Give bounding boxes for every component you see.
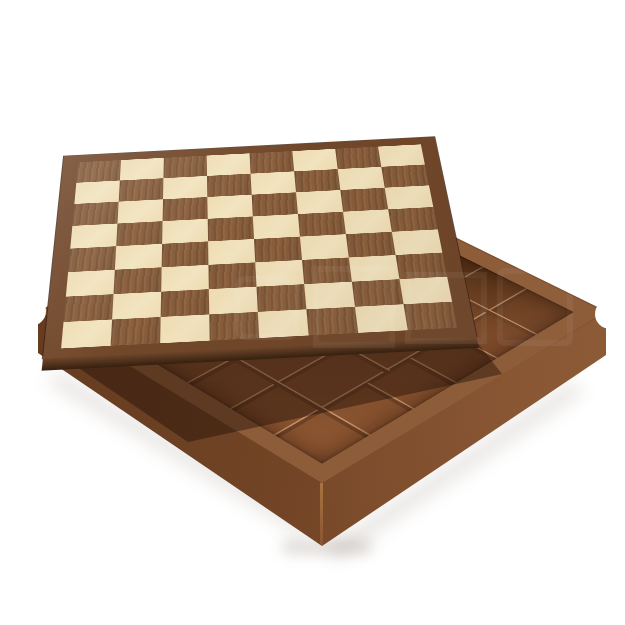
board-square xyxy=(161,289,210,317)
board-square xyxy=(111,317,161,346)
board-square xyxy=(208,216,254,241)
board-square xyxy=(392,229,443,255)
board-square xyxy=(399,277,452,305)
board-square xyxy=(338,167,385,190)
board-square xyxy=(404,302,458,331)
board-square xyxy=(294,169,340,192)
chess-board xyxy=(43,137,477,359)
board-square xyxy=(349,255,400,282)
board-square xyxy=(112,292,161,320)
board-square xyxy=(340,188,388,212)
board-square xyxy=(207,153,251,176)
board-square xyxy=(304,282,355,310)
board-square xyxy=(300,234,349,260)
board-square xyxy=(381,165,429,188)
board-square xyxy=(396,253,448,280)
board-square xyxy=(163,197,208,221)
board-square xyxy=(335,147,381,169)
board-square xyxy=(163,156,207,179)
board-square xyxy=(302,257,352,284)
corner-notch-right xyxy=(595,299,625,329)
board-square xyxy=(70,224,117,249)
board-square xyxy=(207,174,252,197)
board-square xyxy=(388,207,438,232)
board-square xyxy=(209,287,258,315)
board-square xyxy=(162,241,209,267)
board-square xyxy=(163,176,207,199)
board-square xyxy=(378,144,425,166)
board-square xyxy=(72,202,118,226)
board-square xyxy=(115,244,162,270)
box-front-corner-edge xyxy=(320,483,323,545)
board-square xyxy=(355,304,408,333)
board-square xyxy=(68,246,116,272)
board-square xyxy=(296,190,343,214)
board-square xyxy=(346,232,396,258)
board-square xyxy=(76,160,121,183)
compartment-divider xyxy=(406,358,457,386)
board-square xyxy=(250,151,295,174)
board-square xyxy=(209,312,259,341)
board-square xyxy=(207,195,252,219)
board-square xyxy=(74,180,120,203)
board-square xyxy=(256,284,306,312)
board-square xyxy=(255,260,304,287)
product-photo-scene xyxy=(0,0,625,625)
board-square xyxy=(61,320,112,349)
board-square xyxy=(116,221,162,246)
board-square xyxy=(117,199,163,223)
board-square xyxy=(66,270,115,297)
board-square xyxy=(252,192,298,216)
board-square xyxy=(208,239,255,265)
corner-notch-left xyxy=(16,296,46,326)
board-square xyxy=(258,309,309,338)
board-square xyxy=(253,214,300,239)
board-square xyxy=(208,262,256,289)
board-square xyxy=(162,219,208,244)
board-square xyxy=(343,209,392,234)
board-square xyxy=(161,265,209,292)
board-square xyxy=(64,294,114,322)
board-square xyxy=(306,307,358,336)
board-square xyxy=(251,171,296,194)
board-square xyxy=(385,185,434,209)
board-square xyxy=(298,212,346,237)
board-grid xyxy=(61,144,457,348)
board-square xyxy=(254,237,302,263)
board-square xyxy=(120,158,164,181)
board-square xyxy=(352,279,404,307)
board-square xyxy=(114,267,162,294)
board-square xyxy=(119,178,164,201)
compartment-divider xyxy=(363,382,414,411)
board-square xyxy=(292,149,337,172)
board-square xyxy=(160,314,210,343)
